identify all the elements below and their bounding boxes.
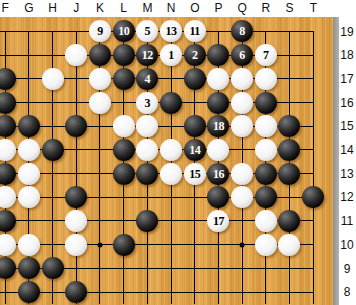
intersection-Q12[interactable] bbox=[230, 185, 254, 209]
intersection-S19[interactable] bbox=[278, 20, 302, 44]
intersection-N10[interactable] bbox=[159, 233, 183, 257]
move-number: 15 bbox=[189, 168, 200, 180]
intersection-M8[interactable] bbox=[135, 280, 159, 304]
intersection-G13[interactable] bbox=[17, 162, 41, 186]
intersection-Q15[interactable] bbox=[230, 114, 254, 138]
intersection-M15[interactable] bbox=[135, 114, 159, 138]
intersection-O19[interactable]: 11 bbox=[183, 20, 207, 44]
row-label-12: 12 bbox=[338, 189, 356, 205]
intersection-T13[interactable] bbox=[301, 162, 325, 186]
intersection-T12[interactable] bbox=[301, 185, 325, 209]
intersection-O18[interactable]: 2 bbox=[183, 43, 207, 67]
intersection-F10[interactable] bbox=[0, 233, 17, 257]
intersection-K18[interactable] bbox=[88, 43, 112, 67]
intersection-M11[interactable] bbox=[135, 209, 159, 233]
intersection-H13[interactable] bbox=[41, 162, 65, 186]
row-label-19: 19 bbox=[338, 24, 356, 40]
move-number: 10 bbox=[118, 25, 129, 37]
black-stone-L13 bbox=[113, 163, 135, 185]
intersection-M16[interactable]: 3 bbox=[135, 91, 159, 115]
board-edge-shadow bbox=[333, 17, 339, 305]
column-label-Q: Q bbox=[238, 1, 247, 16]
intersection-N18[interactable]: 1 bbox=[159, 43, 183, 67]
intersection-S17[interactable] bbox=[278, 67, 302, 91]
intersection-O15[interactable] bbox=[183, 114, 207, 138]
black-stone-O17 bbox=[184, 68, 206, 90]
intersection-M14[interactable] bbox=[135, 138, 159, 162]
intersection-T19[interactable] bbox=[301, 20, 325, 44]
column-label-N: N bbox=[167, 1, 176, 16]
intersection-N15[interactable] bbox=[159, 114, 183, 138]
intersection-R15[interactable] bbox=[254, 114, 278, 138]
black-stone-F9 bbox=[0, 257, 16, 279]
white-stone-M19: 5 bbox=[136, 20, 158, 42]
intersection-J12[interactable] bbox=[64, 185, 88, 209]
go-board: 910513118121267431814151617 bbox=[0, 17, 333, 305]
intersection-O13[interactable]: 15 bbox=[183, 162, 207, 186]
intersection-L13[interactable] bbox=[112, 162, 136, 186]
intersection-J18[interactable] bbox=[64, 43, 88, 67]
row-label-11: 11 bbox=[338, 213, 356, 229]
intersection-N17[interactable] bbox=[159, 67, 183, 91]
white-stone-F10 bbox=[0, 234, 16, 256]
intersection-M19[interactable]: 5 bbox=[135, 20, 159, 44]
move-number: 13 bbox=[166, 25, 177, 37]
white-stone-Q16 bbox=[231, 92, 253, 114]
intersection-P11[interactable]: 17 bbox=[207, 209, 231, 233]
intersection-T9[interactable] bbox=[301, 257, 325, 281]
intersection-N12[interactable] bbox=[159, 185, 183, 209]
intersection-O16[interactable] bbox=[183, 91, 207, 115]
intersection-R19[interactable] bbox=[254, 20, 278, 44]
black-stone-S13 bbox=[278, 163, 300, 185]
white-stone-J10 bbox=[65, 234, 87, 256]
board-grid: 910513118121267431814151617 bbox=[0, 20, 325, 304]
star-point-Q10 bbox=[240, 242, 245, 247]
intersection-H9[interactable] bbox=[41, 257, 65, 281]
intersection-G12[interactable] bbox=[17, 185, 41, 209]
column-label-L: L bbox=[120, 1, 127, 16]
white-stone-Q15 bbox=[231, 115, 253, 137]
column-label-S: S bbox=[286, 1, 294, 16]
intersection-R10[interactable] bbox=[254, 233, 278, 257]
white-stone-R10 bbox=[255, 234, 277, 256]
intersection-T16[interactable] bbox=[301, 91, 325, 115]
intersection-K11[interactable] bbox=[88, 209, 112, 233]
intersection-H19[interactable] bbox=[41, 20, 65, 44]
intersection-N14[interactable] bbox=[159, 138, 183, 162]
intersection-Q14[interactable] bbox=[230, 138, 254, 162]
white-stone-O13: 15 bbox=[184, 163, 206, 185]
intersection-F17[interactable] bbox=[0, 67, 17, 91]
intersection-L18[interactable] bbox=[112, 43, 136, 67]
intersection-F15[interactable] bbox=[0, 114, 17, 138]
intersection-L14[interactable] bbox=[112, 138, 136, 162]
black-stone-L17 bbox=[113, 68, 135, 90]
intersection-L8[interactable] bbox=[112, 280, 136, 304]
white-stone-R17 bbox=[255, 68, 277, 90]
intersection-H12[interactable] bbox=[41, 185, 65, 209]
intersection-T18[interactable] bbox=[301, 43, 325, 67]
intersection-R8[interactable] bbox=[254, 280, 278, 304]
intersection-G14[interactable] bbox=[17, 138, 41, 162]
white-stone-N18: 1 bbox=[160, 44, 182, 66]
intersection-P13[interactable]: 16 bbox=[207, 162, 231, 186]
black-stone-K18 bbox=[89, 44, 111, 66]
move-number: 2 bbox=[192, 49, 198, 61]
white-stone-Q13 bbox=[231, 163, 253, 185]
intersection-Q11[interactable] bbox=[230, 209, 254, 233]
black-stone-P18 bbox=[207, 44, 229, 66]
intersection-J16[interactable] bbox=[64, 91, 88, 115]
intersection-R16[interactable] bbox=[254, 91, 278, 115]
white-stone-J18 bbox=[65, 44, 87, 66]
intersection-J17[interactable] bbox=[64, 67, 88, 91]
intersection-Q9[interactable] bbox=[230, 257, 254, 281]
black-stone-P13: 16 bbox=[207, 163, 229, 185]
white-stone-N13 bbox=[160, 163, 182, 185]
intersection-P12[interactable] bbox=[207, 185, 231, 209]
intersection-S14[interactable] bbox=[278, 138, 302, 162]
intersection-J9[interactable] bbox=[64, 257, 88, 281]
intersection-K10[interactable] bbox=[88, 233, 112, 257]
intersection-H17[interactable] bbox=[41, 67, 65, 91]
intersection-M9[interactable] bbox=[135, 257, 159, 281]
column-label-P: P bbox=[214, 1, 222, 16]
move-number: 11 bbox=[190, 25, 200, 37]
intersection-H16[interactable] bbox=[41, 91, 65, 115]
intersection-M13[interactable] bbox=[135, 162, 159, 186]
intersection-P18[interactable] bbox=[207, 43, 231, 67]
intersection-N9[interactable] bbox=[159, 257, 183, 281]
intersection-K15[interactable] bbox=[88, 114, 112, 138]
black-stone-O18: 2 bbox=[184, 44, 206, 66]
intersection-P14[interactable] bbox=[207, 138, 231, 162]
intersection-L9[interactable] bbox=[112, 257, 136, 281]
intersection-F9[interactable] bbox=[0, 257, 17, 281]
intersection-J10[interactable] bbox=[64, 233, 88, 257]
black-stone-S14 bbox=[278, 139, 300, 161]
black-stone-F17 bbox=[0, 68, 16, 90]
intersection-H18[interactable] bbox=[41, 43, 65, 67]
row-label-13: 13 bbox=[338, 166, 356, 182]
black-stone-O15 bbox=[184, 115, 206, 137]
white-stone-P11: 17 bbox=[207, 210, 229, 232]
black-stone-P15: 18 bbox=[207, 115, 229, 137]
intersection-G16[interactable] bbox=[17, 91, 41, 115]
intersection-N13[interactable] bbox=[159, 162, 183, 186]
black-stone-F15 bbox=[0, 115, 16, 137]
intersection-R17[interactable] bbox=[254, 67, 278, 91]
white-stone-R18: 7 bbox=[255, 44, 277, 66]
move-number: 7 bbox=[263, 49, 269, 61]
intersection-R18[interactable]: 7 bbox=[254, 43, 278, 67]
black-stone-L18 bbox=[113, 44, 135, 66]
white-stone-K16 bbox=[89, 92, 111, 114]
intersection-S18[interactable] bbox=[278, 43, 302, 67]
white-stone-G14 bbox=[18, 139, 40, 161]
intersection-P15[interactable]: 18 bbox=[207, 114, 231, 138]
row-label-16: 16 bbox=[338, 95, 356, 111]
black-stone-T12 bbox=[302, 186, 324, 208]
intersection-L12[interactable] bbox=[112, 185, 136, 209]
white-stone-N14 bbox=[160, 139, 182, 161]
row-label-17: 17 bbox=[338, 71, 356, 87]
black-stone-M11 bbox=[136, 210, 158, 232]
intersection-P10[interactable] bbox=[207, 233, 231, 257]
white-stone-O19: 11 bbox=[184, 20, 206, 42]
intersection-K12[interactable] bbox=[88, 185, 112, 209]
black-stone-P16 bbox=[207, 92, 229, 114]
white-stone-K17 bbox=[89, 68, 111, 90]
black-stone-M17: 4 bbox=[136, 68, 158, 90]
intersection-K13[interactable] bbox=[88, 162, 112, 186]
intersection-L11[interactable] bbox=[112, 209, 136, 233]
intersection-Q10[interactable] bbox=[230, 233, 254, 257]
row-label-9: 9 bbox=[338, 261, 356, 277]
white-stone-R14 bbox=[255, 139, 277, 161]
white-stone-L15 bbox=[113, 115, 135, 137]
intersection-S16[interactable] bbox=[278, 91, 302, 115]
black-stone-S15 bbox=[278, 115, 300, 137]
intersection-H15[interactable] bbox=[41, 114, 65, 138]
black-stone-R16 bbox=[255, 92, 277, 114]
intersection-H11[interactable] bbox=[41, 209, 65, 233]
black-stone-J12 bbox=[65, 186, 87, 208]
intersection-L15[interactable] bbox=[112, 114, 136, 138]
intersection-G9[interactable] bbox=[17, 257, 41, 281]
intersection-R11[interactable] bbox=[254, 209, 278, 233]
intersection-S11[interactable] bbox=[278, 209, 302, 233]
intersection-L16[interactable] bbox=[112, 91, 136, 115]
white-stone-S10 bbox=[278, 234, 300, 256]
intersection-Q18[interactable]: 6 bbox=[230, 43, 254, 67]
white-stone-R11 bbox=[255, 210, 277, 232]
intersection-K14[interactable] bbox=[88, 138, 112, 162]
intersection-M10[interactable] bbox=[135, 233, 159, 257]
black-stone-G8 bbox=[18, 281, 40, 303]
intersection-F18[interactable] bbox=[0, 43, 17, 67]
intersection-Q13[interactable] bbox=[230, 162, 254, 186]
intersection-R12[interactable] bbox=[254, 185, 278, 209]
white-stone-P17 bbox=[207, 68, 229, 90]
intersection-L10[interactable] bbox=[112, 233, 136, 257]
intersection-P19[interactable] bbox=[207, 20, 231, 44]
intersection-J14[interactable] bbox=[64, 138, 88, 162]
black-stone-G9 bbox=[18, 257, 40, 279]
intersection-O14[interactable]: 14 bbox=[183, 138, 207, 162]
white-stone-M16: 3 bbox=[136, 92, 158, 114]
black-stone-M18: 12 bbox=[136, 44, 158, 66]
intersection-N19[interactable]: 13 bbox=[159, 20, 183, 44]
intersection-L17[interactable] bbox=[112, 67, 136, 91]
intersection-T15[interactable] bbox=[301, 114, 325, 138]
move-number: 18 bbox=[213, 120, 224, 132]
move-number: 9 bbox=[97, 25, 103, 37]
intersection-O11[interactable] bbox=[183, 209, 207, 233]
white-stone-G12 bbox=[18, 186, 40, 208]
white-stone-G10 bbox=[18, 234, 40, 256]
move-number: 1 bbox=[168, 49, 174, 61]
intersection-M18[interactable]: 12 bbox=[135, 43, 159, 67]
intersection-J19[interactable] bbox=[64, 20, 88, 44]
column-label-G: G bbox=[24, 1, 33, 16]
intersection-F12[interactable] bbox=[0, 185, 17, 209]
black-stone-R13 bbox=[255, 163, 277, 185]
intersection-F19[interactable] bbox=[0, 20, 17, 44]
intersection-G11[interactable] bbox=[17, 209, 41, 233]
intersection-T8[interactable] bbox=[301, 280, 325, 304]
intersection-T10[interactable] bbox=[301, 233, 325, 257]
intersection-S9[interactable] bbox=[278, 257, 302, 281]
move-number: 4 bbox=[145, 73, 151, 85]
intersection-F14[interactable] bbox=[0, 138, 17, 162]
black-stone-N16 bbox=[160, 92, 182, 114]
move-number: 6 bbox=[239, 49, 245, 61]
white-stone-R15 bbox=[255, 115, 277, 137]
intersection-K17[interactable] bbox=[88, 67, 112, 91]
intersection-J8[interactable] bbox=[64, 280, 88, 304]
intersection-P9[interactable] bbox=[207, 257, 231, 281]
column-label-T: T bbox=[310, 1, 317, 16]
black-stone-L19: 10 bbox=[113, 20, 135, 42]
intersection-K16[interactable] bbox=[88, 91, 112, 115]
black-stone-P12 bbox=[207, 186, 229, 208]
intersection-K8[interactable] bbox=[88, 280, 112, 304]
intersection-F11[interactable] bbox=[0, 209, 17, 233]
row-label-15: 15 bbox=[338, 118, 356, 134]
black-stone-Q18: 6 bbox=[231, 44, 253, 66]
column-label-M: M bbox=[142, 1, 152, 16]
intersection-Q8[interactable] bbox=[230, 280, 254, 304]
row-label-10: 10 bbox=[338, 237, 356, 253]
intersection-P16[interactable] bbox=[207, 91, 231, 115]
black-stone-O14: 14 bbox=[184, 139, 206, 161]
intersection-F8[interactable] bbox=[0, 280, 17, 304]
white-stone-K19: 9 bbox=[89, 20, 111, 42]
white-stone-M15 bbox=[136, 115, 158, 137]
black-stone-S11 bbox=[278, 210, 300, 232]
intersection-F16[interactable] bbox=[0, 91, 17, 115]
intersection-S13[interactable] bbox=[278, 162, 302, 186]
intersection-N8[interactable] bbox=[159, 280, 183, 304]
black-stone-F11 bbox=[0, 210, 16, 232]
black-stone-H9 bbox=[42, 257, 64, 279]
column-label-K: K bbox=[96, 1, 104, 16]
intersection-J13[interactable] bbox=[64, 162, 88, 186]
intersection-Q16[interactable] bbox=[230, 91, 254, 115]
white-stone-Q17 bbox=[231, 68, 253, 90]
black-stone-J15 bbox=[65, 115, 87, 137]
intersection-T11[interactable] bbox=[301, 209, 325, 233]
black-stone-H14 bbox=[42, 139, 64, 161]
intersection-K19[interactable]: 9 bbox=[88, 20, 112, 44]
black-stone-M13 bbox=[136, 163, 158, 185]
intersection-M17[interactable]: 4 bbox=[135, 67, 159, 91]
intersection-Q17[interactable] bbox=[230, 67, 254, 91]
white-stone-P14 bbox=[207, 139, 229, 161]
intersection-T14[interactable] bbox=[301, 138, 325, 162]
intersection-R14[interactable] bbox=[254, 138, 278, 162]
column-label-F: F bbox=[2, 1, 9, 16]
intersection-G10[interactable] bbox=[17, 233, 41, 257]
intersection-S10[interactable] bbox=[278, 233, 302, 257]
column-label-J: J bbox=[73, 1, 79, 16]
intersection-H8[interactable] bbox=[41, 280, 65, 304]
intersection-O10[interactable] bbox=[183, 233, 207, 257]
intersection-K9[interactable] bbox=[88, 257, 112, 281]
intersection-H14[interactable] bbox=[41, 138, 65, 162]
intersection-S12[interactable] bbox=[278, 185, 302, 209]
intersection-G18[interactable] bbox=[17, 43, 41, 67]
intersection-G8[interactable] bbox=[17, 280, 41, 304]
column-label-H: H bbox=[48, 1, 57, 16]
column-label-O: O bbox=[190, 1, 199, 16]
white-stone-Q12 bbox=[231, 186, 253, 208]
intersection-M12[interactable] bbox=[135, 185, 159, 209]
intersection-P8[interactable] bbox=[207, 280, 231, 304]
intersection-T17[interactable] bbox=[301, 67, 325, 91]
white-stone-J11 bbox=[65, 210, 87, 232]
intersection-O12[interactable] bbox=[183, 185, 207, 209]
intersection-O17[interactable] bbox=[183, 67, 207, 91]
move-number: 12 bbox=[142, 49, 153, 61]
intersection-N16[interactable] bbox=[159, 91, 183, 115]
intersection-F13[interactable] bbox=[0, 162, 17, 186]
move-number: 3 bbox=[145, 97, 151, 109]
intersection-O8[interactable] bbox=[183, 280, 207, 304]
row-label-8: 8 bbox=[338, 284, 356, 300]
white-stone-G13 bbox=[18, 163, 40, 185]
intersection-O9[interactable] bbox=[183, 257, 207, 281]
intersection-G15[interactable] bbox=[17, 114, 41, 138]
white-stone-F12 bbox=[0, 186, 16, 208]
move-number: 5 bbox=[145, 25, 151, 37]
intersection-G17[interactable] bbox=[17, 67, 41, 91]
go-diagram: FGHJKLMNOPQRST 1918171615141312111098 91… bbox=[0, 0, 356, 305]
intersection-J11[interactable] bbox=[64, 209, 88, 233]
intersection-J15[interactable] bbox=[64, 114, 88, 138]
intersection-Q19[interactable]: 8 bbox=[230, 20, 254, 44]
intersection-G19[interactable] bbox=[17, 20, 41, 44]
intersection-R13[interactable] bbox=[254, 162, 278, 186]
column-label-R: R bbox=[262, 1, 271, 16]
black-stone-L10 bbox=[113, 234, 135, 256]
star-point-K10 bbox=[97, 242, 102, 247]
white-stone-N19: 13 bbox=[160, 20, 182, 42]
black-stone-F13 bbox=[0, 163, 16, 185]
intersection-S8[interactable] bbox=[278, 280, 302, 304]
black-stone-L14 bbox=[113, 139, 135, 161]
white-stone-M14 bbox=[136, 139, 158, 161]
intersection-S15[interactable] bbox=[278, 114, 302, 138]
move-number: 17 bbox=[213, 215, 224, 227]
move-number: 8 bbox=[239, 25, 245, 37]
intersection-R9[interactable] bbox=[254, 257, 278, 281]
intersection-N11[interactable] bbox=[159, 209, 183, 233]
white-stone-H17 bbox=[42, 68, 64, 90]
intersection-L19[interactable]: 10 bbox=[112, 20, 136, 44]
white-stone-F14 bbox=[0, 139, 16, 161]
black-stone-J8 bbox=[65, 281, 87, 303]
black-stone-Q19: 8 bbox=[231, 20, 253, 42]
intersection-P17[interactable] bbox=[207, 67, 231, 91]
intersection-H10[interactable] bbox=[41, 233, 65, 257]
move-number: 14 bbox=[189, 144, 200, 156]
black-stone-R12 bbox=[255, 186, 277, 208]
black-stone-G15 bbox=[18, 115, 40, 137]
row-label-18: 18 bbox=[338, 47, 356, 63]
